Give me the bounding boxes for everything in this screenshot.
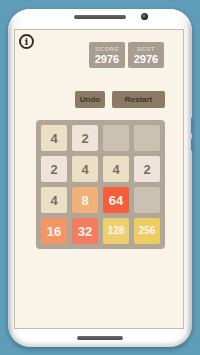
best-label: BEST bbox=[137, 46, 155, 53]
phone-screen: i SCORE 2976 BEST 2976 Undo Restart 4224… bbox=[14, 29, 184, 329]
game-board[interactable]: 42244248641632128256 bbox=[36, 120, 165, 249]
tile-64: 64 bbox=[103, 187, 129, 213]
tile-4: 4 bbox=[103, 156, 129, 182]
tile-4: 4 bbox=[72, 156, 98, 182]
power-button bbox=[191, 117, 194, 134]
tile-8: 8 bbox=[72, 187, 98, 213]
score-box: SCORE 2976 bbox=[89, 42, 125, 68]
volume-button bbox=[191, 138, 194, 151]
tile-2: 2 bbox=[41, 156, 67, 182]
front-camera bbox=[141, 13, 148, 20]
phone-frame: i SCORE 2976 BEST 2976 Undo Restart 4224… bbox=[8, 9, 192, 347]
undo-button[interactable]: Undo bbox=[75, 91, 105, 108]
info-icon: i bbox=[25, 37, 29, 47]
tile-32: 32 bbox=[72, 218, 98, 244]
restart-button[interactable]: Restart bbox=[112, 91, 165, 108]
empty-cell bbox=[134, 125, 160, 151]
scoreboard: SCORE 2976 BEST 2976 bbox=[89, 42, 164, 68]
best-value: 2976 bbox=[134, 53, 158, 65]
tile-2: 2 bbox=[134, 156, 160, 182]
bottom-speaker bbox=[77, 336, 123, 340]
earpiece-speaker bbox=[74, 15, 126, 19]
tile-128: 128 bbox=[103, 218, 129, 244]
tile-256: 256 bbox=[134, 218, 160, 244]
best-box: BEST 2976 bbox=[128, 42, 164, 68]
tile-2: 2 bbox=[72, 125, 98, 151]
empty-cell bbox=[134, 187, 160, 213]
score-label: SCORE bbox=[95, 46, 119, 53]
tile-16: 16 bbox=[41, 218, 67, 244]
info-button[interactable]: i bbox=[19, 34, 34, 49]
empty-cell bbox=[103, 125, 129, 151]
tile-4: 4 bbox=[41, 187, 67, 213]
tile-4: 4 bbox=[41, 125, 67, 151]
control-buttons: Undo Restart bbox=[75, 91, 165, 108]
score-value: 2976 bbox=[95, 53, 119, 65]
